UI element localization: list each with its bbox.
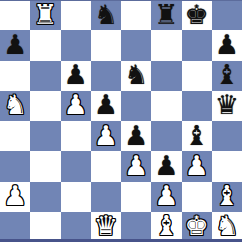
white-bishop-f1[interactable]: ♝ [154, 212, 178, 239]
square-d3[interactable] [91, 151, 121, 181]
square-g3[interactable]: ♟ [182, 151, 212, 181]
square-f6[interactable] [151, 61, 181, 91]
square-g5[interactable] [182, 91, 212, 121]
square-f7[interactable] [151, 30, 181, 60]
chess-app: ♜♞♜♚♟♟♟♞♝♞♟♟♛♟♟♝♟♟♟♟♟♝♛♝♚♞ [0, 0, 242, 242]
white-knight-a5[interactable]: ♞ [3, 91, 27, 118]
black-pawn-e4[interactable]: ♟ [124, 122, 148, 149]
black-pawn-d5[interactable]: ♟ [94, 91, 118, 118]
white-queen-d1[interactable]: ♛ [94, 212, 118, 239]
square-g1[interactable]: ♚ [182, 212, 212, 242]
square-b4[interactable] [30, 121, 60, 151]
black-pawn-a7[interactable]: ♟ [3, 31, 27, 58]
white-pawn-e3[interactable]: ♟ [124, 152, 148, 179]
square-a7[interactable]: ♟ [0, 30, 30, 60]
black-king-g8[interactable]: ♚ [185, 1, 209, 28]
white-pawn-a2[interactable]: ♟ [3, 182, 27, 209]
white-pawn-f2[interactable]: ♟ [154, 182, 178, 209]
square-g8[interactable]: ♚ [182, 0, 212, 30]
square-b6[interactable] [30, 61, 60, 91]
square-e2[interactable] [121, 182, 151, 212]
square-g2[interactable] [182, 182, 212, 212]
square-c5[interactable]: ♟ [61, 91, 91, 121]
white-bishop-h2[interactable]: ♝ [215, 182, 239, 209]
white-pawn-g3[interactable]: ♟ [185, 152, 209, 179]
square-g6[interactable] [182, 61, 212, 91]
square-h4[interactable] [212, 121, 242, 151]
white-rook-b8[interactable]: ♜ [33, 1, 57, 28]
square-f1[interactable]: ♝ [151, 212, 181, 242]
black-pawn-c6[interactable]: ♟ [64, 61, 88, 88]
white-knight-h1[interactable]: ♞ [215, 212, 239, 239]
square-a6[interactable] [0, 61, 30, 91]
square-f8[interactable]: ♜ [151, 0, 181, 30]
square-h7[interactable]: ♟ [212, 30, 242, 60]
square-c8[interactable] [61, 0, 91, 30]
square-c1[interactable] [61, 212, 91, 242]
square-h3[interactable] [212, 151, 242, 181]
square-f2[interactable]: ♟ [151, 182, 181, 212]
square-a5[interactable]: ♞ [0, 91, 30, 121]
square-a8[interactable] [0, 0, 30, 30]
square-h1[interactable]: ♞ [212, 212, 242, 242]
square-e6[interactable]: ♞ [121, 61, 151, 91]
square-a2[interactable]: ♟ [0, 182, 30, 212]
square-c6[interactable]: ♟ [61, 61, 91, 91]
square-d2[interactable] [91, 182, 121, 212]
square-g4[interactable]: ♝ [182, 121, 212, 151]
black-rook-f8[interactable]: ♜ [154, 1, 178, 28]
square-b5[interactable] [30, 91, 60, 121]
square-a4[interactable] [0, 121, 30, 151]
square-h2[interactable]: ♝ [212, 182, 242, 212]
square-a1[interactable] [0, 212, 30, 242]
black-bishop-g4[interactable]: ♝ [185, 122, 209, 149]
square-b3[interactable] [30, 151, 60, 181]
square-b8[interactable]: ♜ [30, 0, 60, 30]
square-c4[interactable] [61, 121, 91, 151]
square-e3[interactable]: ♟ [121, 151, 151, 181]
square-h5[interactable]: ♛ [212, 91, 242, 121]
square-h6[interactable]: ♝ [212, 61, 242, 91]
white-king-g1[interactable]: ♚ [185, 212, 209, 239]
white-pawn-d4[interactable]: ♟ [94, 122, 118, 149]
black-knight-d8[interactable]: ♞ [94, 1, 118, 28]
square-f3[interactable]: ♟ [151, 151, 181, 181]
square-b1[interactable] [30, 212, 60, 242]
black-pawn-h7[interactable]: ♟ [215, 31, 239, 58]
square-h8[interactable] [212, 0, 242, 30]
square-d6[interactable] [91, 61, 121, 91]
square-d7[interactable] [91, 30, 121, 60]
white-pawn-c5[interactable]: ♟ [64, 91, 88, 118]
square-b7[interactable] [30, 30, 60, 60]
square-e8[interactable] [121, 0, 151, 30]
black-knight-e6[interactable]: ♞ [124, 61, 148, 88]
square-c3[interactable] [61, 151, 91, 181]
square-d5[interactable]: ♟ [91, 91, 121, 121]
square-f4[interactable] [151, 121, 181, 151]
black-queen-h5[interactable]: ♛ [215, 91, 239, 118]
square-d4[interactable]: ♟ [91, 121, 121, 151]
square-e1[interactable] [121, 212, 151, 242]
square-d8[interactable]: ♞ [91, 0, 121, 30]
chess-board: ♜♞♜♚♟♟♟♞♝♞♟♟♛♟♟♝♟♟♟♟♟♝♛♝♚♞ [0, 0, 242, 242]
square-b2[interactable] [30, 182, 60, 212]
square-e7[interactable] [121, 30, 151, 60]
black-bishop-h6[interactable]: ♝ [215, 61, 239, 88]
black-pawn-f3[interactable]: ♟ [154, 152, 178, 179]
square-e5[interactable] [121, 91, 151, 121]
square-d1[interactable]: ♛ [91, 212, 121, 242]
square-c2[interactable] [61, 182, 91, 212]
square-c7[interactable] [61, 30, 91, 60]
square-e4[interactable]: ♟ [121, 121, 151, 151]
square-g7[interactable] [182, 30, 212, 60]
square-a3[interactable] [0, 151, 30, 181]
square-f5[interactable] [151, 91, 181, 121]
